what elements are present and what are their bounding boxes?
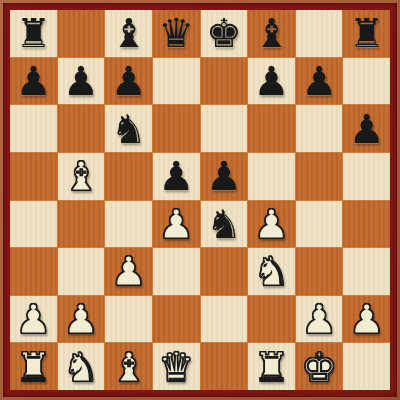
square-d5[interactable]: ♟: [153, 153, 200, 200]
square-g6[interactable]: [296, 105, 343, 152]
square-g8[interactable]: [296, 10, 343, 57]
square-b7[interactable]: ♟: [58, 58, 105, 105]
square-a8[interactable]: ♜: [10, 10, 57, 57]
square-h7[interactable]: [343, 58, 390, 105]
square-d2[interactable]: [153, 296, 200, 343]
square-h8[interactable]: ♜: [343, 10, 390, 57]
square-d1[interactable]: ♛: [153, 343, 200, 390]
white-pawn: ♟: [15, 299, 51, 339]
chess-board: ♜♝♛♚♝♜♟♟♟♟♟♞♟♝♟♟♟♞♟♟♞♟♟♟♟♜♞♝♛♜♚: [10, 10, 390, 390]
square-c7[interactable]: ♟: [105, 58, 152, 105]
square-h3[interactable]: [343, 248, 390, 295]
black-pawn: ♟: [301, 61, 337, 101]
square-d8[interactable]: ♛: [153, 10, 200, 57]
square-d7[interactable]: [153, 58, 200, 105]
square-f5[interactable]: [248, 153, 295, 200]
square-c2[interactable]: [105, 296, 152, 343]
white-pawn: ♟: [111, 251, 147, 291]
square-a3[interactable]: [10, 248, 57, 295]
black-pawn: ♟: [254, 61, 290, 101]
square-f6[interactable]: [248, 105, 295, 152]
square-a1[interactable]: ♜: [10, 343, 57, 390]
square-b1[interactable]: ♞: [58, 343, 105, 390]
white-pawn: ♟: [349, 299, 385, 339]
square-e2[interactable]: [201, 296, 248, 343]
black-knight: ♞: [206, 204, 242, 244]
black-rook: ♜: [15, 13, 51, 53]
square-b3[interactable]: [58, 248, 105, 295]
square-c5[interactable]: [105, 153, 152, 200]
square-a7[interactable]: ♟: [10, 58, 57, 105]
white-bishop: ♝: [111, 347, 147, 387]
square-h2[interactable]: ♟: [343, 296, 390, 343]
white-king: ♚: [301, 347, 337, 387]
white-knight: ♞: [254, 251, 290, 291]
black-pawn: ♟: [111, 61, 147, 101]
square-g1[interactable]: ♚: [296, 343, 343, 390]
square-c8[interactable]: ♝: [105, 10, 152, 57]
white-rook: ♜: [254, 347, 290, 387]
square-e6[interactable]: [201, 105, 248, 152]
square-c6[interactable]: ♞: [105, 105, 152, 152]
square-b2[interactable]: ♟: [58, 296, 105, 343]
white-pawn: ♟: [63, 299, 99, 339]
square-a6[interactable]: [10, 105, 57, 152]
square-a5[interactable]: [10, 153, 57, 200]
white-pawn: ♟: [158, 204, 194, 244]
square-c1[interactable]: ♝: [105, 343, 152, 390]
square-c3[interactable]: ♟: [105, 248, 152, 295]
square-f8[interactable]: ♝: [248, 10, 295, 57]
square-e5[interactable]: ♟: [201, 153, 248, 200]
square-h4[interactable]: [343, 201, 390, 248]
square-b6[interactable]: [58, 105, 105, 152]
square-e7[interactable]: [201, 58, 248, 105]
white-queen: ♛: [158, 347, 194, 387]
black-pawn: ♟: [158, 156, 194, 196]
white-knight: ♞: [63, 347, 99, 387]
square-g7[interactable]: ♟: [296, 58, 343, 105]
square-f1[interactable]: ♜: [248, 343, 295, 390]
square-d4[interactable]: ♟: [153, 201, 200, 248]
black-bishop: ♝: [111, 13, 147, 53]
black-pawn: ♟: [206, 156, 242, 196]
square-g4[interactable]: [296, 201, 343, 248]
square-e8[interactable]: ♚: [201, 10, 248, 57]
square-h6[interactable]: ♟: [343, 105, 390, 152]
square-a4[interactable]: [10, 201, 57, 248]
white-bishop: ♝: [63, 156, 99, 196]
board-frame: ♜♝♛♚♝♜♟♟♟♟♟♞♟♝♟♟♟♞♟♟♞♟♟♟♟♜♞♝♛♜♚: [0, 0, 400, 400]
square-a2[interactable]: ♟: [10, 296, 57, 343]
square-h1[interactable]: [343, 343, 390, 390]
square-c4[interactable]: [105, 201, 152, 248]
square-g2[interactable]: ♟: [296, 296, 343, 343]
black-queen: ♛: [158, 13, 194, 53]
black-pawn: ♟: [63, 61, 99, 101]
square-e3[interactable]: [201, 248, 248, 295]
square-b8[interactable]: [58, 10, 105, 57]
square-f3[interactable]: ♞: [248, 248, 295, 295]
black-pawn: ♟: [15, 61, 51, 101]
square-g5[interactable]: [296, 153, 343, 200]
black-knight: ♞: [111, 109, 147, 149]
square-b4[interactable]: [58, 201, 105, 248]
square-f4[interactable]: ♟: [248, 201, 295, 248]
white-pawn: ♟: [301, 299, 337, 339]
square-d6[interactable]: [153, 105, 200, 152]
black-rook: ♜: [349, 13, 385, 53]
square-b5[interactable]: ♝: [58, 153, 105, 200]
white-pawn: ♟: [254, 204, 290, 244]
square-d3[interactable]: [153, 248, 200, 295]
square-f7[interactable]: ♟: [248, 58, 295, 105]
square-h5[interactable]: [343, 153, 390, 200]
square-g3[interactable]: [296, 248, 343, 295]
board-border: ♜♝♛♚♝♜♟♟♟♟♟♞♟♝♟♟♟♞♟♟♞♟♟♟♟♜♞♝♛♜♚: [3, 3, 397, 397]
square-e1[interactable]: [201, 343, 248, 390]
black-pawn: ♟: [349, 109, 385, 149]
black-bishop: ♝: [254, 13, 290, 53]
square-e4[interactable]: ♞: [201, 201, 248, 248]
black-king: ♚: [206, 13, 242, 53]
white-rook: ♜: [15, 347, 51, 387]
square-f2[interactable]: [248, 296, 295, 343]
